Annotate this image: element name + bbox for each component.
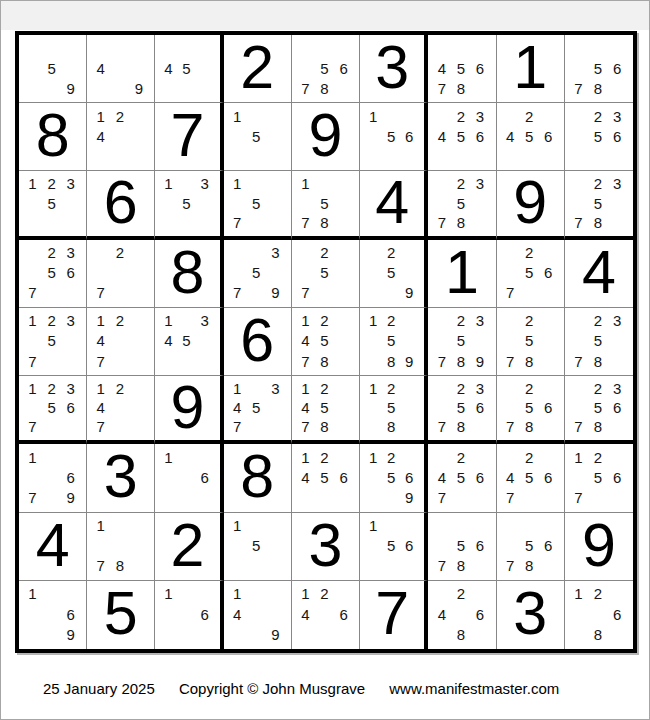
pencil-mark xyxy=(334,283,353,303)
cell-r9c2[interactable]: 5 xyxy=(87,581,155,649)
digit: 1 xyxy=(513,37,547,98)
digit: 9 xyxy=(309,105,343,166)
pencil-mark xyxy=(400,417,418,436)
cell-r9c5[interactable]: 1246 xyxy=(292,581,360,649)
pencil-mark: 1 xyxy=(159,447,177,467)
pencil-marks: 156 xyxy=(360,513,424,580)
pencil-mark xyxy=(501,447,520,467)
pencil-mark xyxy=(247,516,266,536)
pencil-mark: 4 xyxy=(296,398,315,417)
pencil-mark xyxy=(266,417,285,436)
cell-r2c7[interactable]: 23456 xyxy=(428,103,496,171)
pencil-marks: 259 xyxy=(360,240,424,307)
pencil-mark xyxy=(569,174,588,193)
pencil-mark xyxy=(266,516,285,536)
pencil-mark: 7 xyxy=(501,417,520,436)
pencil-mark: 2 xyxy=(42,243,61,263)
pencil-mark: 1 xyxy=(569,447,588,467)
pencil-mark xyxy=(539,556,558,576)
pencil-mark: 6 xyxy=(539,126,558,146)
pencil-mark: 2 xyxy=(520,106,539,126)
pencil-mark: 1 xyxy=(364,311,382,331)
pencil-mark: 5 xyxy=(588,58,607,78)
pencil-mark: 6 xyxy=(608,58,627,78)
pencil-mark: 5 xyxy=(451,126,470,146)
pencil-mark xyxy=(129,417,148,436)
pencil-mark xyxy=(266,174,285,193)
pencil-mark: 5 xyxy=(315,331,334,351)
pencil-mark xyxy=(400,106,418,126)
pencil-mark: 8 xyxy=(588,417,607,436)
pencil-mark: 3 xyxy=(470,379,489,398)
pencil-mark xyxy=(247,556,266,576)
pencil-mark xyxy=(539,516,558,536)
cell-r6c6[interactable]: 1258 xyxy=(360,376,428,444)
pencil-mark xyxy=(432,398,451,417)
pencil-mark: 1 xyxy=(569,584,588,604)
pencil-mark xyxy=(110,58,129,78)
pencil-mark: 7 xyxy=(569,487,588,507)
cell-r8c9[interactable]: 9 xyxy=(565,513,633,581)
cell-r2c9[interactable]: 2356 xyxy=(565,103,633,171)
cell-r3c5[interactable]: 1578 xyxy=(292,171,360,239)
pencil-marks: 5678 xyxy=(292,35,359,102)
pencil-mark xyxy=(42,351,61,371)
pencil-mark xyxy=(296,194,315,213)
cell-r4c4[interactable]: 3579 xyxy=(224,240,292,308)
digit: 3 xyxy=(104,446,138,507)
pencil-mark: 7 xyxy=(91,556,110,576)
pencil-mark: 9 xyxy=(61,78,80,98)
pencil-mark: 7 xyxy=(569,417,588,436)
cell-r6c9[interactable]: 235678 xyxy=(565,376,633,444)
cell-r5c4[interactable]: 6 xyxy=(224,308,292,376)
pencil-mark: 5 xyxy=(315,58,334,78)
pencil-mark: 7 xyxy=(228,417,247,436)
pencil-mark: 7 xyxy=(569,78,588,98)
pencil-mark xyxy=(608,146,627,166)
pencil-mark xyxy=(42,283,61,303)
pencil-mark: 8 xyxy=(588,351,607,371)
cell-r7c4[interactable]: 8 xyxy=(224,444,292,512)
pencil-mark xyxy=(178,38,196,58)
pencil-mark xyxy=(178,584,196,604)
pencil-mark xyxy=(228,194,247,213)
pencil-mark xyxy=(42,487,61,507)
digit: 4 xyxy=(375,172,409,233)
pencil-mark xyxy=(196,447,214,467)
pencil-mark: 2 xyxy=(451,174,470,193)
cell-r9c4[interactable]: 149 xyxy=(224,581,292,649)
pencil-mark: 2 xyxy=(382,447,400,467)
pencil-mark xyxy=(228,126,247,146)
pencil-marks: 13457 xyxy=(224,376,291,440)
pencil-marks: 1345 xyxy=(155,308,219,375)
pencil-mark: 3 xyxy=(470,311,489,331)
pencil-mark: 3 xyxy=(266,379,285,398)
cell-r6c4[interactable]: 13457 xyxy=(224,376,292,444)
cell-r2c8[interactable]: 2456 xyxy=(497,103,565,171)
cell-r2c5[interactable]: 9 xyxy=(292,103,360,171)
pencil-mark: 6 xyxy=(196,467,214,487)
pencil-mark: 5 xyxy=(520,331,539,351)
cell-r1c4[interactable]: 2 xyxy=(224,35,292,103)
pencil-mark xyxy=(110,331,129,351)
cell-r8c6[interactable]: 156 xyxy=(360,513,428,581)
cell-r7c8[interactable]: 24567 xyxy=(497,444,565,512)
pencil-marks: 149 xyxy=(224,581,291,649)
pencil-marks: 5678 xyxy=(565,35,633,102)
pencil-mark xyxy=(266,556,285,576)
pencil-mark xyxy=(129,556,148,576)
pencil-marks: 15 xyxy=(224,513,291,580)
cell-r5c7[interactable]: 235789 xyxy=(428,308,496,376)
cell-r3c2[interactable]: 6 xyxy=(87,171,155,239)
sudoku-board: 5949452567834567815678812471591562345624… xyxy=(15,31,637,653)
pencil-marks: 12567 xyxy=(565,444,633,511)
cell-r6c5[interactable]: 124578 xyxy=(292,376,360,444)
pencil-mark xyxy=(539,331,558,351)
pencil-mark xyxy=(539,351,558,371)
cell-r2c2[interactable]: 124 xyxy=(87,103,155,171)
cell-r5c5[interactable]: 124578 xyxy=(292,308,360,376)
pencil-marks: 12456 xyxy=(292,444,359,511)
pencil-mark xyxy=(315,487,334,507)
pencil-mark xyxy=(432,146,451,166)
cell-r7c3[interactable]: 16 xyxy=(155,444,223,512)
pencil-mark xyxy=(588,146,607,166)
cell-r3c8[interactable]: 9 xyxy=(497,171,565,239)
pencil-mark: 3 xyxy=(266,243,285,263)
cell-r6c1[interactable]: 123567 xyxy=(19,376,87,444)
pencil-mark: 2 xyxy=(110,243,129,263)
pencil-marks: 2456 xyxy=(497,103,564,170)
pencil-mark: 4 xyxy=(432,467,451,487)
pencil-mark xyxy=(382,146,400,166)
cell-r4c8[interactable]: 2567 xyxy=(497,240,565,308)
pencil-mark xyxy=(196,58,214,78)
pencil-marks: 1235 xyxy=(19,171,86,235)
pencil-marks: 2578 xyxy=(497,308,564,375)
pencil-mark: 4 xyxy=(296,467,315,487)
pencil-mark xyxy=(451,604,470,624)
pencil-mark xyxy=(178,351,196,371)
cell-r9c8[interactable]: 3 xyxy=(497,581,565,649)
pencil-mark xyxy=(364,556,382,576)
pencil-mark xyxy=(196,331,214,351)
pencil-mark xyxy=(23,604,42,624)
pencil-marks: 23578 xyxy=(565,308,633,375)
pencil-marks: 1258 xyxy=(360,376,424,440)
cell-r7c9[interactable]: 12567 xyxy=(565,444,633,512)
pencil-mark xyxy=(315,625,334,645)
pencil-mark: 7 xyxy=(569,351,588,371)
cell-r5c8[interactable]: 2578 xyxy=(497,308,565,376)
pencil-mark: 8 xyxy=(588,78,607,98)
cell-r1c9[interactable]: 5678 xyxy=(565,35,633,103)
cell-r1c8[interactable]: 1 xyxy=(497,35,565,103)
pencil-mark xyxy=(61,38,80,58)
pencil-mark xyxy=(539,106,558,126)
cell-r5c3[interactable]: 1345 xyxy=(155,308,223,376)
pencil-mark xyxy=(23,331,42,351)
pencil-mark xyxy=(569,331,588,351)
pencil-mark xyxy=(91,146,110,166)
pencil-mark xyxy=(334,174,353,193)
cell-r7c1[interactable]: 1679 xyxy=(19,444,87,512)
pencil-mark xyxy=(129,283,148,303)
cell-r2c1[interactable]: 8 xyxy=(19,103,87,171)
pencil-mark xyxy=(501,536,520,556)
pencil-mark: 6 xyxy=(539,263,558,283)
cell-r1c7[interactable]: 45678 xyxy=(428,35,496,103)
pencil-marks: 157 xyxy=(224,171,291,235)
pencil-mark xyxy=(400,379,418,398)
cell-r1c6[interactable]: 3 xyxy=(360,35,428,103)
cell-r9c3[interactable]: 16 xyxy=(155,581,223,649)
cell-r8c3[interactable]: 2 xyxy=(155,513,223,581)
pencil-mark xyxy=(451,487,470,507)
pencil-mark xyxy=(470,146,489,166)
pencil-mark xyxy=(501,311,520,331)
pencil-mark xyxy=(315,604,334,624)
cell-r6c2[interactable]: 1247 xyxy=(87,376,155,444)
pencil-mark xyxy=(539,311,558,331)
page: { "page": { "background": "#ffffff", "to… xyxy=(0,0,650,720)
pencil-mark: 5 xyxy=(315,467,334,487)
cell-r5c6[interactable]: 12589 xyxy=(360,308,428,376)
pencil-mark: 1 xyxy=(296,447,315,467)
pencil-mark: 5 xyxy=(588,194,607,213)
pencil-mark: 7 xyxy=(296,417,315,436)
pencil-mark xyxy=(42,447,61,467)
pencil-mark: 9 xyxy=(400,487,418,507)
pencil-mark xyxy=(382,487,400,507)
pencil-mark xyxy=(432,331,451,351)
cell-r4c7[interactable]: 1 xyxy=(428,240,496,308)
pencil-mark: 5 xyxy=(451,331,470,351)
pencil-mark xyxy=(196,584,214,604)
pencil-mark: 6 xyxy=(61,604,80,624)
pencil-mark xyxy=(520,516,539,536)
pencil-mark xyxy=(23,194,42,213)
pencil-mark xyxy=(569,146,588,166)
pencil-mark: 7 xyxy=(501,556,520,576)
cell-r8c4[interactable]: 15 xyxy=(224,513,292,581)
pencil-mark xyxy=(247,604,266,624)
pencil-mark xyxy=(608,447,627,467)
pencil-mark: 1 xyxy=(23,174,42,193)
cell-r8c1[interactable]: 4 xyxy=(19,513,87,581)
footer-date: 25 January 2025 xyxy=(43,680,155,697)
cell-r6c8[interactable]: 25678 xyxy=(497,376,565,444)
pencil-mark xyxy=(400,516,418,536)
pencil-mark xyxy=(382,516,400,536)
pencil-mark: 9 xyxy=(400,283,418,303)
cell-r8c2[interactable]: 178 xyxy=(87,513,155,581)
cell-r6c7[interactable]: 235678 xyxy=(428,376,496,444)
pencil-mark xyxy=(129,106,148,126)
cell-r4c3[interactable]: 8 xyxy=(155,240,223,308)
cell-r5c1[interactable]: 12357 xyxy=(19,308,87,376)
pencil-mark: 2 xyxy=(42,174,61,193)
pencil-mark xyxy=(334,78,353,98)
cell-r2c3[interactable]: 7 xyxy=(155,103,223,171)
pencil-mark: 3 xyxy=(61,243,80,263)
pencil-mark xyxy=(569,58,588,78)
pencil-mark: 5 xyxy=(520,398,539,417)
cell-r4c9[interactable]: 4 xyxy=(565,240,633,308)
pencil-mark xyxy=(608,194,627,213)
pencil-mark: 7 xyxy=(432,417,451,436)
pencil-mark: 1 xyxy=(296,174,315,193)
pencil-marks: 45 xyxy=(155,35,219,102)
pencil-mark xyxy=(470,625,489,645)
cell-r4c2[interactable]: 27 xyxy=(87,240,155,308)
pencil-mark xyxy=(382,106,400,126)
pencil-mark: 6 xyxy=(196,604,214,624)
pencil-mark xyxy=(364,487,382,507)
pencil-mark: 2 xyxy=(451,584,470,604)
pencil-mark: 2 xyxy=(42,379,61,398)
pencil-mark xyxy=(129,536,148,556)
pencil-marks: 25678 xyxy=(497,376,564,440)
pencil-mark: 6 xyxy=(470,536,489,556)
pencil-mark xyxy=(334,447,353,467)
pencil-mark: 6 xyxy=(470,398,489,417)
pencil-mark xyxy=(129,311,148,331)
cell-r4c5[interactable]: 257 xyxy=(292,240,360,308)
pencil-mark xyxy=(61,417,80,436)
pencil-mark: 5 xyxy=(451,467,470,487)
cell-r1c3[interactable]: 45 xyxy=(155,35,223,103)
cell-r4c6[interactable]: 259 xyxy=(360,240,428,308)
pencil-mark xyxy=(110,38,129,58)
cell-r3c6[interactable]: 4 xyxy=(360,171,428,239)
pencil-mark xyxy=(364,126,382,146)
pencil-mark xyxy=(470,516,489,536)
pencil-mark: 8 xyxy=(315,213,334,232)
pencil-mark xyxy=(364,263,382,283)
pencil-mark: 2 xyxy=(315,584,334,604)
digit: 3 xyxy=(309,515,343,576)
pencil-marks: 59 xyxy=(19,35,86,102)
pencil-mark: 7 xyxy=(23,351,42,371)
cell-r5c2[interactable]: 1247 xyxy=(87,308,155,376)
pencil-marks: 235678 xyxy=(428,376,495,440)
pencil-mark xyxy=(129,243,148,263)
cell-r1c2[interactable]: 49 xyxy=(87,35,155,103)
pencil-mark: 2 xyxy=(315,447,334,467)
pencil-mark: 8 xyxy=(520,556,539,576)
pencil-mark xyxy=(159,194,177,213)
cell-r7c2[interactable]: 3 xyxy=(87,444,155,512)
pencil-mark xyxy=(159,351,177,371)
cell-r3c9[interactable]: 23578 xyxy=(565,171,633,239)
pencil-mark xyxy=(266,213,285,232)
pencil-mark: 4 xyxy=(91,58,110,78)
pencil-mark: 6 xyxy=(539,536,558,556)
cell-r2c4[interactable]: 15 xyxy=(224,103,292,171)
cell-r7c7[interactable]: 24567 xyxy=(428,444,496,512)
cell-r8c7[interactable]: 5678 xyxy=(428,513,496,581)
cell-r7c6[interactable]: 12569 xyxy=(360,444,428,512)
pencil-mark xyxy=(588,487,607,507)
pencil-mark xyxy=(334,584,353,604)
cell-r3c1[interactable]: 1235 xyxy=(19,171,87,239)
pencil-marks: 1247 xyxy=(87,376,154,440)
cell-r2c6[interactable]: 156 xyxy=(360,103,428,171)
cell-r5c9[interactable]: 23578 xyxy=(565,308,633,376)
pencil-mark xyxy=(520,146,539,166)
cell-r8c8[interactable]: 5678 xyxy=(497,513,565,581)
pencil-mark xyxy=(178,78,196,98)
pencil-mark: 5 xyxy=(451,58,470,78)
pencil-mark: 2 xyxy=(110,106,129,126)
cell-r9c1[interactable]: 169 xyxy=(19,581,87,649)
pencil-mark xyxy=(159,604,177,624)
pencil-mark: 1 xyxy=(23,447,42,467)
pencil-mark xyxy=(196,38,214,58)
pencil-mark: 6 xyxy=(400,467,418,487)
pencil-mark: 8 xyxy=(315,417,334,436)
pencil-mark: 7 xyxy=(432,78,451,98)
pencil-mark xyxy=(178,467,196,487)
pencil-mark: 3 xyxy=(61,174,80,193)
pencil-mark: 5 xyxy=(247,536,266,556)
pencil-mark: 6 xyxy=(470,58,489,78)
cell-r3c7[interactable]: 23578 xyxy=(428,171,496,239)
pencil-mark: 2 xyxy=(588,584,607,604)
pencil-mark: 8 xyxy=(520,351,539,371)
cell-r9c9[interactable]: 1268 xyxy=(565,581,633,649)
cell-r3c4[interactable]: 157 xyxy=(224,171,292,239)
digit: 8 xyxy=(171,242,205,303)
pencil-mark: 8 xyxy=(382,351,400,371)
pencil-mark: 9 xyxy=(129,78,148,98)
pencil-mark xyxy=(266,536,285,556)
pencil-mark: 7 xyxy=(91,351,110,371)
pencil-mark: 3 xyxy=(196,311,214,331)
pencil-mark: 5 xyxy=(588,331,607,351)
pencil-mark: 3 xyxy=(608,311,627,331)
cell-r6c3[interactable]: 9 xyxy=(155,376,223,444)
pencil-mark: 2 xyxy=(315,379,334,398)
cell-r9c6[interactable]: 7 xyxy=(360,581,428,649)
pencil-mark xyxy=(91,38,110,58)
cell-r7c5[interactable]: 12456 xyxy=(292,444,360,512)
pencil-mark: 7 xyxy=(228,283,247,303)
cell-r1c5[interactable]: 5678 xyxy=(292,35,360,103)
pencil-mark: 1 xyxy=(364,379,382,398)
pencil-mark xyxy=(539,243,558,263)
cell-r8c5[interactable]: 3 xyxy=(292,513,360,581)
pencil-mark xyxy=(364,417,382,436)
pencil-mark: 1 xyxy=(23,379,42,398)
pencil-mark: 4 xyxy=(159,331,177,351)
pencil-mark: 4 xyxy=(501,126,520,146)
pencil-mark xyxy=(247,625,266,645)
cell-r4c1[interactable]: 23567 xyxy=(19,240,87,308)
pencil-mark: 2 xyxy=(315,243,334,263)
cell-r1c1[interactable]: 59 xyxy=(19,35,87,103)
pencil-mark xyxy=(400,447,418,467)
cell-r3c3[interactable]: 135 xyxy=(155,171,223,239)
pencil-mark xyxy=(569,604,588,624)
cell-r9c7[interactable]: 2468 xyxy=(428,581,496,649)
pencil-marks: 16 xyxy=(155,581,219,649)
pencil-mark: 5 xyxy=(382,263,400,283)
